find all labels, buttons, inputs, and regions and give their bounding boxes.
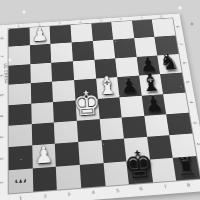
square-b6[interactable] <box>30 63 52 84</box>
square-d5[interactable] <box>74 79 97 100</box>
square-d1[interactable] <box>80 163 106 188</box>
square-f6[interactable] <box>115 57 139 77</box>
square-e7[interactable] <box>92 40 115 60</box>
square-c7[interactable] <box>51 43 73 63</box>
square-c4[interactable] <box>53 100 77 122</box>
piece-black-pawn[interactable]: ♟ <box>119 76 139 97</box>
file-label-1: 1 <box>8 193 33 200</box>
us-chess-pawn-diamond-logo: ♟♟♟♟♟ <box>14 174 27 188</box>
square-d7[interactable] <box>72 41 94 61</box>
square-b3[interactable] <box>31 122 55 145</box>
rank-label-4: 4 <box>179 97 200 107</box>
square-e4[interactable] <box>97 97 121 119</box>
rank-label-5: 5 <box>175 77 199 87</box>
piece-black-pawn[interactable]: ♟ <box>139 55 159 75</box>
piece-white-pawn[interactable]: ♟ <box>34 144 53 168</box>
square-c1[interactable] <box>56 165 81 190</box>
rank-label-6: 6 <box>0 71 12 80</box>
square-b5[interactable] <box>30 82 53 103</box>
file-label-7: 7 <box>153 182 179 195</box>
rank-label-2: 2 <box>186 139 200 150</box>
rank-label-3: 3 <box>182 118 200 128</box>
square-f2[interactable] <box>124 137 150 161</box>
square-c2[interactable] <box>55 142 80 166</box>
rank-label-6: 6 <box>172 58 195 67</box>
square-d3[interactable] <box>77 119 101 142</box>
square-c6[interactable] <box>51 61 74 82</box>
rank-label-7: 7 <box>169 40 192 49</box>
square-f4[interactable] <box>119 95 144 117</box>
file-label-2: 2 <box>33 192 58 200</box>
square-f7[interactable] <box>113 39 136 59</box>
file-label-6: 6 <box>129 184 155 197</box>
square-g2[interactable] <box>147 135 173 159</box>
square-b1[interactable] <box>32 166 57 191</box>
file-label-4: 4 <box>81 188 106 200</box>
photo-scene: US CHESS 87654321 87654321 12345678 1234… <box>0 0 200 200</box>
file-label-3: 3 <box>57 190 82 200</box>
square-e5[interactable]: ♝ <box>96 77 120 98</box>
square-d4[interactable]: ♚ <box>75 98 99 120</box>
square-g6[interactable]: ♟ <box>136 55 160 75</box>
board-perspective-wrap: US CHESS 87654321 87654321 12345678 1234… <box>0 14 200 200</box>
square-e1[interactable] <box>103 161 129 186</box>
rank-label-1: 1 <box>189 161 200 172</box>
rank-label-8: 8 <box>166 22 188 31</box>
square-b4[interactable] <box>31 102 54 124</box>
square-b7[interactable] <box>30 44 52 64</box>
square-g1[interactable] <box>150 157 177 182</box>
square-g3[interactable] <box>144 114 170 137</box>
rank-label-4: 4 <box>0 111 13 121</box>
square-f1[interactable]: ♚ <box>126 159 152 184</box>
square-d6[interactable] <box>73 60 96 81</box>
rank-labels-left: 87654321 <box>0 29 6 194</box>
rank-label-3: 3 <box>0 132 13 143</box>
square-g4[interactable]: ♟ <box>141 94 166 116</box>
square-g7[interactable] <box>134 37 157 57</box>
chess-board: US CHESS 87654321 87654321 12345678 1234… <box>0 14 200 200</box>
rank-label-8: 8 <box>0 34 12 43</box>
square-f3[interactable] <box>122 116 147 139</box>
square-e2[interactable] <box>101 139 126 163</box>
square-c5[interactable] <box>52 80 75 101</box>
square-e6[interactable] <box>94 58 117 78</box>
square-c3[interactable] <box>54 121 78 144</box>
square-g5[interactable]: ♝ <box>139 74 163 95</box>
square-f5[interactable]: ♟ <box>117 76 141 97</box>
square-d2[interactable] <box>78 140 103 164</box>
file-label-8: 8 <box>177 180 200 193</box>
file-label-5: 5 <box>105 186 130 199</box>
rank-label-1: 1 <box>0 176 13 188</box>
square-b2[interactable]: ♟ <box>32 144 56 168</box>
square-e3[interactable] <box>99 117 124 140</box>
piece-black-pawn[interactable]: ♟ <box>144 94 165 116</box>
